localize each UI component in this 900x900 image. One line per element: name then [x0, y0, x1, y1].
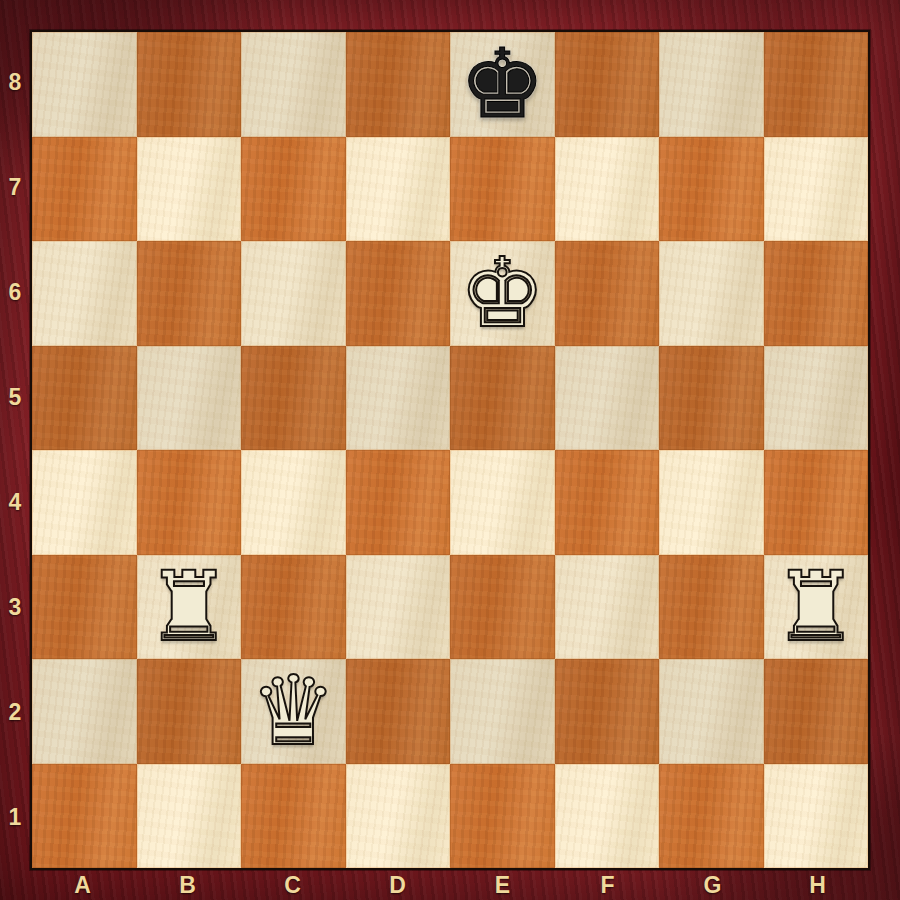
- square-g6[interactable]: [659, 241, 764, 346]
- square-e5[interactable]: [450, 346, 555, 451]
- square-g4[interactable]: [659, 450, 764, 555]
- square-d1[interactable]: [346, 764, 451, 869]
- file-label-h: H: [765, 870, 870, 900]
- file-label-b: B: [135, 870, 240, 900]
- square-h5[interactable]: [764, 346, 869, 451]
- piece-white-queen[interactable]: ♛: [250, 663, 336, 759]
- square-f7[interactable]: [555, 137, 660, 242]
- square-b2[interactable]: [137, 659, 242, 764]
- square-a6[interactable]: [32, 241, 137, 346]
- rank-label-3: 3: [0, 555, 30, 660]
- square-h4[interactable]: [764, 450, 869, 555]
- square-d4[interactable]: [346, 450, 451, 555]
- file-labels: ABCDEFGH: [30, 870, 870, 900]
- rank-label-4: 4: [0, 450, 30, 555]
- square-c7[interactable]: [241, 137, 346, 242]
- square-a1[interactable]: [32, 764, 137, 869]
- chess-app: ♚♚♜♜♛ 87654321 ABCDEFGH: [0, 0, 900, 900]
- square-e8[interactable]: ♚: [450, 32, 555, 137]
- square-b6[interactable]: [137, 241, 242, 346]
- square-c5[interactable]: [241, 346, 346, 451]
- rank-label-7: 7: [0, 135, 30, 240]
- square-a5[interactable]: [32, 346, 137, 451]
- square-h1[interactable]: [764, 764, 869, 869]
- square-d6[interactable]: [346, 241, 451, 346]
- square-d7[interactable]: [346, 137, 451, 242]
- square-b5[interactable]: [137, 346, 242, 451]
- square-b7[interactable]: [137, 137, 242, 242]
- square-d5[interactable]: [346, 346, 451, 451]
- piece-white-rook[interactable]: ♜: [146, 559, 232, 655]
- square-d3[interactable]: [346, 555, 451, 660]
- square-a7[interactable]: [32, 137, 137, 242]
- square-e3[interactable]: [450, 555, 555, 660]
- square-c8[interactable]: [241, 32, 346, 137]
- piece-white-rook[interactable]: ♜: [773, 559, 859, 655]
- square-f5[interactable]: [555, 346, 660, 451]
- square-h2[interactable]: [764, 659, 869, 764]
- square-c1[interactable]: [241, 764, 346, 869]
- square-f8[interactable]: [555, 32, 660, 137]
- piece-white-king[interactable]: ♚: [459, 245, 545, 341]
- square-a4[interactable]: [32, 450, 137, 555]
- square-f6[interactable]: [555, 241, 660, 346]
- square-f4[interactable]: [555, 450, 660, 555]
- square-d2[interactable]: [346, 659, 451, 764]
- square-e2[interactable]: [450, 659, 555, 764]
- square-h3[interactable]: ♜: [764, 555, 869, 660]
- square-e4[interactable]: [450, 450, 555, 555]
- file-label-d: D: [345, 870, 450, 900]
- square-c6[interactable]: [241, 241, 346, 346]
- square-c2[interactable]: ♛: [241, 659, 346, 764]
- square-b3[interactable]: ♜: [137, 555, 242, 660]
- square-b8[interactable]: [137, 32, 242, 137]
- square-g7[interactable]: [659, 137, 764, 242]
- file-label-e: E: [450, 870, 555, 900]
- file-label-a: A: [30, 870, 135, 900]
- piece-black-king[interactable]: ♚: [459, 36, 545, 132]
- square-e6[interactable]: ♚: [450, 241, 555, 346]
- rank-label-5: 5: [0, 345, 30, 450]
- square-e7[interactable]: [450, 137, 555, 242]
- square-h7[interactable]: [764, 137, 869, 242]
- square-h8[interactable]: [764, 32, 869, 137]
- square-h6[interactable]: [764, 241, 869, 346]
- square-g2[interactable]: [659, 659, 764, 764]
- square-a8[interactable]: [32, 32, 137, 137]
- square-g1[interactable]: [659, 764, 764, 869]
- rank-label-6: 6: [0, 240, 30, 345]
- square-d8[interactable]: [346, 32, 451, 137]
- square-c3[interactable]: [241, 555, 346, 660]
- square-f1[interactable]: [555, 764, 660, 869]
- square-f2[interactable]: [555, 659, 660, 764]
- file-label-c: C: [240, 870, 345, 900]
- square-f3[interactable]: [555, 555, 660, 660]
- square-e1[interactable]: [450, 764, 555, 869]
- rank-label-8: 8: [0, 30, 30, 135]
- rank-labels: 87654321: [0, 30, 30, 870]
- file-label-g: G: [660, 870, 765, 900]
- square-g8[interactable]: [659, 32, 764, 137]
- square-c4[interactable]: [241, 450, 346, 555]
- rank-label-2: 2: [0, 660, 30, 765]
- square-a2[interactable]: [32, 659, 137, 764]
- square-g5[interactable]: [659, 346, 764, 451]
- square-b4[interactable]: [137, 450, 242, 555]
- chess-board: ♚♚♜♜♛: [30, 30, 870, 870]
- square-g3[interactable]: [659, 555, 764, 660]
- square-a3[interactable]: [32, 555, 137, 660]
- rank-label-1: 1: [0, 765, 30, 870]
- file-label-f: F: [555, 870, 660, 900]
- square-b1[interactable]: [137, 764, 242, 869]
